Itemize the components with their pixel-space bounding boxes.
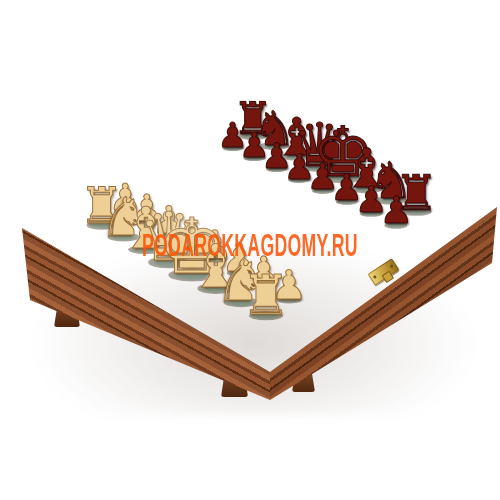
frame-dot [443, 223, 448, 226]
frame-dot [437, 193, 442, 196]
latch-screw [390, 264, 394, 268]
piece-shadow [401, 207, 431, 215]
board-square-c4 [191, 195, 235, 220]
frame-dot [74, 209, 79, 212]
piece-shadow [301, 162, 338, 172]
board-square-a7 [212, 136, 254, 158]
black-pawn: ♟ [217, 118, 248, 152]
piece-shadow [86, 221, 117, 229]
board-square-b5 [191, 171, 234, 195]
board-square-a5 [170, 160, 213, 183]
black-knight: ♞ [253, 105, 295, 152]
frame-dot [340, 150, 345, 153]
board-square-b3 [147, 197, 191, 222]
board-square-b6 [212, 158, 255, 181]
frame-dot [412, 182, 417, 185]
piece-shadow [114, 209, 137, 215]
piece-shadow [266, 166, 288, 172]
piece-shadow [135, 220, 158, 226]
board-square-h7 [373, 212, 419, 238]
board-square-c8 [276, 144, 318, 167]
piece-shadow [350, 184, 383, 193]
black-pawn: ♟ [307, 159, 339, 195]
board-square-c7 [255, 156, 298, 179]
board-square-g8 [369, 187, 414, 212]
board-square-c5 [213, 182, 257, 206]
board-square-e8 [321, 165, 364, 189]
piece-shadow [288, 177, 310, 183]
piece-shadow [321, 172, 364, 184]
white-knight: ♞ [100, 192, 147, 245]
black-pawn: ♟ [330, 170, 363, 206]
white-rook: ♜ [80, 182, 125, 232]
black-pawn: ♟ [380, 193, 414, 230]
board-square-d8 [298, 155, 341, 178]
frame-dot [205, 134, 210, 136]
piece-shadow [376, 196, 407, 205]
black-knight: ♞ [369, 156, 414, 207]
piece-shadow [244, 156, 265, 162]
frame-dot [184, 146, 189, 148]
black-bishop: ♝ [343, 142, 391, 196]
piece-shadow [385, 222, 408, 228]
board-square-f8 [345, 176, 389, 200]
black-king: ♚ [312, 118, 374, 187]
board-square-a8 [232, 125, 273, 147]
black-pawn: ♟ [283, 149, 315, 185]
board-square-a4 [148, 173, 191, 197]
black-rook: ♜ [233, 97, 273, 142]
board-square-d7 [278, 167, 321, 191]
black-rook: ♜ [394, 169, 438, 218]
board-square-b7 [233, 146, 275, 169]
frame-dot [274, 120, 279, 122]
piece-shadow [281, 152, 313, 161]
piece-shadow [335, 199, 358, 205]
frame-dot [142, 170, 147, 173]
board-square-a3 [126, 185, 170, 209]
frame-dot [225, 123, 230, 125]
board-square-e5 [259, 204, 304, 229]
piece-shadow [312, 188, 334, 194]
black-queen: ♛ [292, 115, 346, 175]
board-square-b4 [169, 184, 213, 208]
latch-screw [373, 275, 377, 279]
black-bishop: ♝ [273, 111, 319, 163]
frame-dot [364, 160, 369, 163]
board-square-b8 [254, 134, 296, 156]
black-pawn: ♟ [355, 181, 388, 218]
board-square-e6 [280, 191, 324, 216]
board-square-a2 [103, 199, 147, 224]
board-square-g7 [349, 200, 394, 225]
board-square-a6 [191, 148, 233, 171]
piece-shadow [360, 210, 383, 216]
black-pawn: ♟ [261, 138, 292, 173]
frame-dot [388, 171, 393, 174]
board-square-h8 [394, 198, 439, 223]
frame-dot [120, 183, 125, 186]
piece-shadow [239, 132, 267, 140]
board-square-e7 [301, 178, 345, 202]
frame-dot [296, 130, 301, 132]
frame-dot [97, 196, 102, 199]
piece-shadow [260, 142, 289, 150]
board-square-c6 [234, 169, 277, 193]
piece-shadow [222, 145, 243, 151]
white-pawn: ♟ [108, 179, 141, 216]
board-square-f7 [324, 189, 368, 214]
frame-dot [318, 140, 323, 142]
board-square-a1 [80, 212, 125, 238]
watermark-text: PODAROKKAGDOMY.RU [142, 228, 358, 264]
white-pawn: ♟ [130, 191, 163, 228]
black-pawn: ♟ [239, 128, 270, 163]
board-square-d6 [257, 180, 301, 204]
board-square-d5 [236, 193, 280, 218]
board-square-f6 [304, 202, 349, 227]
frame-dot [163, 158, 168, 161]
product-photo: ♜♞♝♛♚♝♞♜♟♟♟♟♟♟♟♟♟♟♟♟♟♟♟♟♜♞♝♛♚♝♞♜ PODAROK… [0, 0, 500, 500]
